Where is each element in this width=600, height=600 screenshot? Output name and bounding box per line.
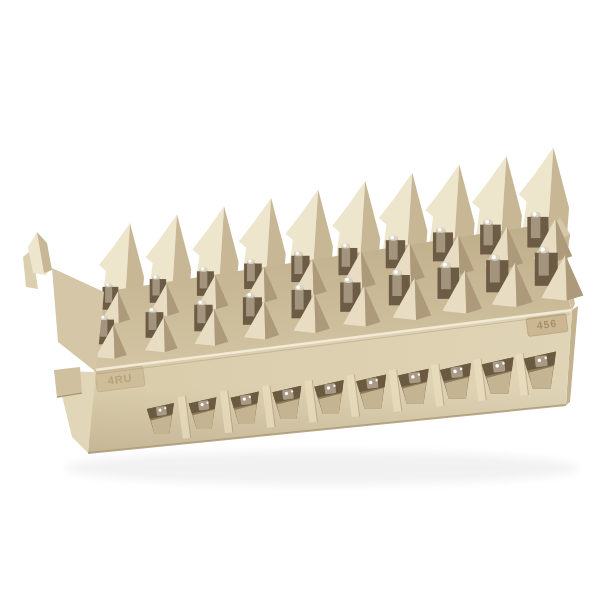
contact-pin xyxy=(441,265,451,289)
contact-glint xyxy=(438,228,442,232)
contact-pin xyxy=(152,277,159,295)
contact-pin xyxy=(197,303,205,323)
contact-glint xyxy=(201,267,204,270)
contact-pin xyxy=(490,258,500,283)
contact-glint xyxy=(296,285,300,289)
contact-glint xyxy=(443,263,447,267)
contact-pin xyxy=(389,238,398,260)
contact-glint xyxy=(248,259,251,262)
connector-illustration: 4RU456 xyxy=(0,0,600,600)
product-photo: 4RU456 xyxy=(0,0,600,600)
contact-glint xyxy=(492,255,496,259)
contact-pin xyxy=(436,230,445,252)
contact-pin xyxy=(484,222,493,245)
contact-pin xyxy=(247,262,255,282)
contact-pin xyxy=(344,280,353,303)
contact-glint xyxy=(394,270,398,274)
contact-glint xyxy=(154,275,157,278)
contact-glint xyxy=(485,220,489,224)
connector-body: 4RU456 xyxy=(23,148,583,453)
contact-pin xyxy=(342,246,350,267)
contact-pin xyxy=(392,273,401,296)
contact-pin xyxy=(200,269,208,288)
contact-pin xyxy=(149,310,157,330)
contact-glint xyxy=(390,236,394,240)
contact-glint xyxy=(247,293,251,297)
left-end-wall xyxy=(52,268,104,372)
contact-glint xyxy=(150,308,153,311)
contact-glint xyxy=(345,278,349,282)
contact-pin xyxy=(294,254,302,274)
separator-wedge-dark xyxy=(565,255,583,301)
contact-pin xyxy=(539,250,549,275)
contact-glint xyxy=(541,247,545,251)
contact-pin xyxy=(105,285,112,303)
contact-glint xyxy=(106,283,109,286)
contact-pin xyxy=(531,215,540,239)
ground-shadow xyxy=(64,451,580,485)
contact-glint xyxy=(533,212,537,216)
contact-pin xyxy=(246,295,254,316)
contact-glint xyxy=(343,244,347,248)
contact-glint xyxy=(199,300,202,303)
contact-glint xyxy=(296,251,299,254)
contact-pin xyxy=(295,288,304,310)
